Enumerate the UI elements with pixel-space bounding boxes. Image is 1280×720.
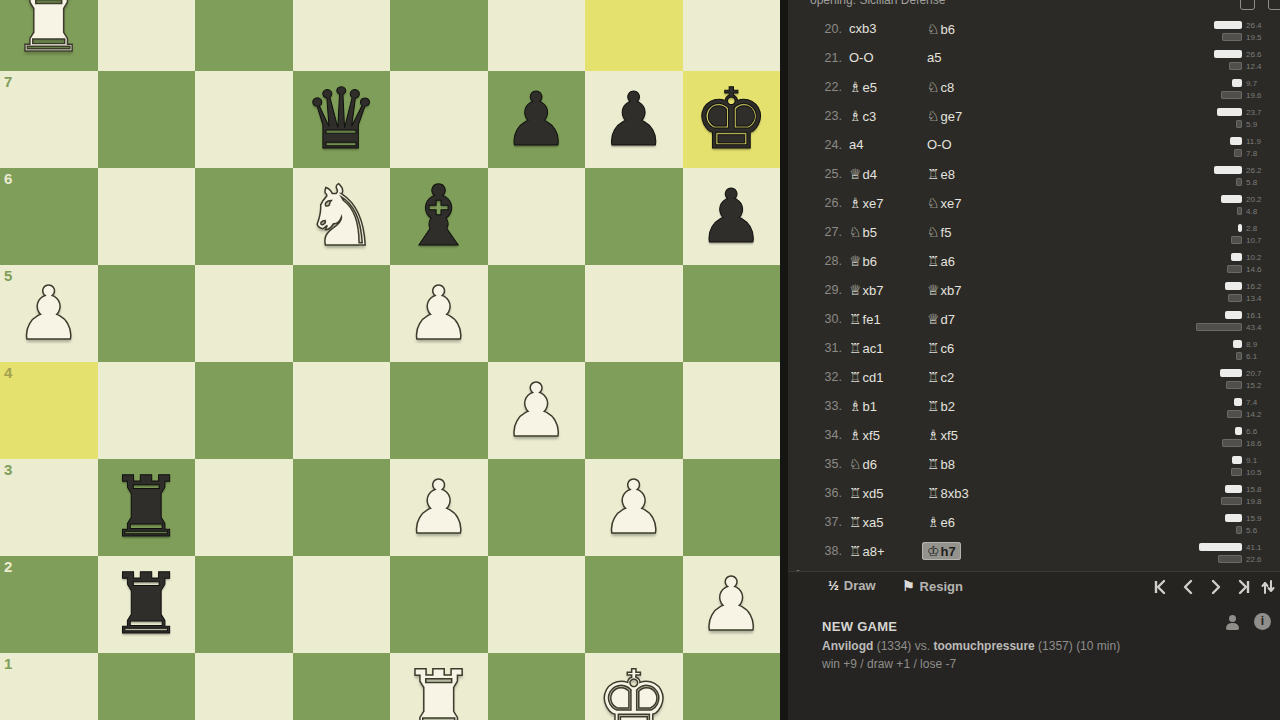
move-row-29: 29.♕xb7♕xb716.213.4 — [788, 277, 1280, 306]
white-time-bar — [1232, 456, 1242, 464]
square-h5[interactable] — [683, 265, 781, 362]
figurine-bishop-icon: ♗ — [849, 108, 862, 124]
black-pawn-f7[interactable]: ♟ — [503, 71, 569, 168]
last-move-button[interactable] — [1232, 575, 1256, 599]
black-move-34[interactable]: ♗xf5 — [922, 426, 963, 444]
black-move-32[interactable]: ♖c2 — [922, 368, 959, 386]
square-g6[interactable] — [585, 168, 683, 265]
white-time-bar — [1214, 166, 1242, 174]
rank-label-4: 4 — [4, 364, 12, 381]
black-move-31[interactable]: ♖c6 — [922, 339, 959, 357]
move-number: 37. — [806, 515, 842, 529]
figurine-queen-icon: ♕ — [849, 282, 862, 298]
square-f6[interactable] — [488, 168, 586, 265]
rank-label-7: 7 — [4, 73, 12, 90]
black-move-25[interactable]: ♖e8 — [922, 165, 960, 183]
white-move-37[interactable]: ♖xa5 — [844, 513, 889, 531]
white-time-value: 6.6 — [1246, 427, 1280, 436]
move-number: 27. — [806, 225, 842, 239]
square-c2[interactable] — [195, 556, 293, 653]
black-bishop-e6[interactable]: ♝ — [401, 168, 476, 265]
square-g5[interactable] — [585, 265, 683, 362]
white-time-value: 41.1 — [1246, 543, 1280, 552]
square-h7[interactable]: ♚ — [683, 71, 781, 168]
black-time-bar — [1226, 381, 1242, 389]
square-h1[interactable] — [683, 653, 781, 720]
square-b2[interactable]: ♜ — [98, 556, 196, 653]
move-number: 21. — [806, 51, 842, 65]
black-time-bar — [1196, 323, 1242, 331]
white-time-bar — [1217, 108, 1242, 116]
square-f1[interactable] — [488, 653, 586, 720]
figurine-bishop-icon: ♗ — [849, 79, 862, 95]
white-time-bar — [1225, 282, 1242, 290]
figurine-queen-icon: ♕ — [849, 166, 862, 182]
square-c4[interactable] — [195, 362, 293, 459]
rank-label-3: 3 — [4, 461, 12, 478]
black-time-value: 19.8 — [1246, 497, 1280, 506]
figurine-rook-icon: ♖ — [927, 485, 940, 501]
figurine-rook-icon: ♖ — [927, 369, 940, 385]
black-move-27[interactable]: ♘f5 — [922, 223, 956, 241]
white-time-value: 20.7 — [1246, 369, 1280, 378]
square-b3[interactable]: ♜ — [98, 459, 196, 556]
black-time-bar — [1227, 265, 1242, 273]
square-c7[interactable] — [195, 71, 293, 168]
black-time-bar — [1236, 526, 1242, 534]
move-row-25: 25.♕d4♖e826.25.8 — [788, 161, 1280, 190]
opening-name: opening: Sicilian Defense — [810, 0, 1230, 7]
white-time-value: 16.2 — [1246, 282, 1280, 291]
resign-flag-icon: ⚑ — [902, 578, 915, 594]
figurine-knight-icon: ♘ — [927, 195, 940, 211]
white-time-bar — [1234, 398, 1242, 406]
black-time-value: 14.6 — [1246, 265, 1280, 274]
move-number: 22. — [806, 80, 842, 94]
white-time-bar — [1231, 253, 1242, 261]
white-move-31[interactable]: ♖ac1 — [844, 339, 889, 357]
move-row-33: 33.♗b1♖b27.414.2 — [788, 393, 1280, 422]
move-number: 35. — [806, 457, 842, 471]
figurine-knight-icon: ♘ — [927, 108, 940, 124]
board-grid: 8♜7♛♟♟♚6♞♝♟5♟♟4♟3♜♟♟2♜♟1♜♚ — [0, 0, 780, 720]
black-king-h7[interactable]: ♚ — [694, 71, 769, 168]
white-rook-e1[interactable]: ♜ — [401, 653, 476, 720]
white-time-value: 10.2 — [1246, 253, 1280, 262]
white-move-20[interactable]: cxb3 — [844, 20, 881, 37]
white-time-bar — [1225, 485, 1242, 493]
square-b1[interactable] — [98, 653, 196, 720]
white-move-32[interactable]: ♖cd1 — [844, 368, 889, 386]
white-time-value: 9.7 — [1246, 79, 1280, 88]
challenge-icon[interactable] — [1224, 615, 1240, 631]
black-time-bar — [1237, 207, 1242, 215]
move-number: 34. — [806, 428, 842, 442]
resign-button[interactable]: ⚑ Resign — [896, 577, 969, 595]
black-time-bar — [1221, 497, 1242, 505]
white-knight-d6[interactable]: ♞ — [304, 168, 379, 265]
move-row-35: 35.♘d6♖b89.110.5 — [788, 451, 1280, 480]
figurine-rook-icon: ♖ — [849, 311, 862, 327]
black-time-bar — [1221, 91, 1242, 99]
white-time-bar — [1232, 79, 1242, 87]
square-d8[interactable] — [293, 0, 391, 71]
square-f3[interactable] — [488, 459, 586, 556]
white-move-28[interactable]: ♕b6 — [844, 252, 882, 270]
flip-board-button[interactable] — [1256, 575, 1280, 599]
square-c3[interactable] — [195, 459, 293, 556]
square-d7[interactable]: ♛ — [293, 71, 391, 168]
white-move-21[interactable]: O-O — [844, 49, 879, 66]
white-rook-a8[interactable]: ♜ — [11, 0, 86, 71]
square-d5[interactable] — [293, 265, 391, 362]
previous-move-button[interactable] — [1176, 575, 1200, 599]
black-time-value: 19.6 — [1246, 91, 1280, 100]
black-time-bar — [1229, 62, 1242, 70]
white-time-bar — [1225, 514, 1242, 522]
white-move-35[interactable]: ♘d6 — [844, 455, 882, 473]
players-line: Anvilogd (1334) vs. toomuchpressure (135… — [822, 639, 1120, 653]
square-d2[interactable] — [293, 556, 391, 653]
black-move-26[interactable]: ♘xe7 — [922, 194, 967, 212]
vs-label: vs. — [915, 639, 930, 653]
black-time-value: 14.2 — [1246, 410, 1280, 419]
move-number: 23. — [806, 109, 842, 123]
black-move-21[interactable]: a5 — [922, 49, 946, 66]
black-time-bar — [1231, 236, 1242, 244]
black-time-value: 4.8 — [1246, 207, 1280, 216]
black-time-value: 13.4 — [1246, 294, 1280, 303]
square-h4[interactable] — [683, 362, 781, 459]
square-g1[interactable]: ♚ — [585, 653, 683, 720]
white-time-value: 15.8 — [1246, 485, 1280, 494]
square-h8[interactable] — [683, 0, 781, 71]
move-row-30: 30.♖fe1♕d716.143.4 — [788, 306, 1280, 335]
black-move-37[interactable]: ♗e6 — [922, 513, 960, 531]
move-row-36: 36.♖xd5♖8xb315.819.8 — [788, 480, 1280, 509]
game-info-section: NEW GAME Anvilogd (1334) vs. toomuchpres… — [788, 601, 1280, 720]
white-pawn-e3[interactable]: ♟ — [406, 459, 472, 556]
figurine-rook-icon: ♖ — [927, 398, 940, 414]
white-move-29[interactable]: ♕xb7 — [844, 281, 889, 299]
white-time-value: 11.9 — [1246, 137, 1280, 146]
move-row-22: 22.♗e5♘c89.719.6 — [788, 74, 1280, 103]
white-move-33[interactable]: ♗b1 — [844, 397, 882, 415]
white-king-g1[interactable]: ♚ — [596, 653, 671, 720]
square-g2[interactable] — [585, 556, 683, 653]
black-time-value: 12.4 — [1246, 62, 1280, 71]
white-move-27[interactable]: ♘b5 — [844, 223, 882, 241]
black-move-35[interactable]: ♖b8 — [922, 455, 960, 473]
black-time-value: 5.8 — [1246, 178, 1280, 187]
move-row-37: 37.♖xa5♗e615.95.6 — [788, 509, 1280, 538]
white-time-bar — [1238, 224, 1242, 232]
white-time-bar — [1221, 195, 1242, 203]
move-row-20: 20.cxb3♘b626.419.5 — [788, 16, 1280, 45]
square-e5[interactable]: ♟ — [390, 265, 488, 362]
move-row-21: 21.O-Oa526.612.4 — [788, 45, 1280, 74]
black-rook-b3[interactable]: ♜ — [109, 459, 184, 556]
figurine-knight-icon: ♘ — [849, 456, 862, 472]
figurine-knight-icon: ♘ — [927, 79, 940, 95]
white-time-value: 16.1 — [1246, 311, 1280, 320]
move-row-26: 26.♗xe7♘xe720.24.8 — [788, 190, 1280, 219]
white-move-24[interactable]: a4 — [844, 136, 868, 153]
panel-top-icon-2[interactable] — [1268, 0, 1280, 10]
square-h2[interactable]: ♟ — [683, 556, 781, 653]
move-row-23: 23.♗c3♘ge723.75.9 — [788, 103, 1280, 132]
square-g7[interactable]: ♟ — [585, 71, 683, 168]
square-c1[interactable] — [195, 653, 293, 720]
square-b6[interactable] — [98, 168, 196, 265]
figurine-rook-icon: ♖ — [849, 543, 862, 559]
square-g8[interactable] — [585, 0, 683, 71]
white-time-bar — [1225, 311, 1242, 319]
white-move-30[interactable]: ♖fe1 — [844, 310, 886, 328]
square-a7[interactable]: 7 — [0, 71, 98, 168]
black-move-23[interactable]: ♘ge7 — [922, 107, 967, 125]
figurine-rook-icon: ♖ — [849, 369, 862, 385]
black-time-value: 43.4 — [1246, 323, 1280, 332]
square-a6[interactable]: 6 — [0, 168, 98, 265]
figurine-queen-icon: ♕ — [849, 253, 862, 269]
rank-label-1: 1 — [4, 655, 12, 672]
black-time-bar — [1234, 149, 1242, 157]
square-d1[interactable] — [293, 653, 391, 720]
white-pawn-f4[interactable]: ♟ — [503, 362, 569, 459]
white-time-value: 26.6 — [1246, 50, 1280, 59]
square-f2[interactable] — [488, 556, 586, 653]
white-move-34[interactable]: ♗xf5 — [844, 426, 885, 444]
move-number: 28. — [806, 254, 842, 268]
white-time-bar — [1214, 21, 1242, 29]
figurine-bishop-icon: ♗ — [849, 195, 862, 211]
black-time-bar — [1222, 33, 1242, 41]
white-player-name: Anvilogd — [822, 639, 873, 653]
black-move-20[interactable]: ♘b6 — [922, 20, 960, 38]
figurine-knight-icon: ♘ — [927, 224, 940, 240]
black-move-22[interactable]: ♘c8 — [922, 78, 959, 96]
square-e8[interactable] — [390, 0, 488, 71]
rank-label-2: 2 — [4, 558, 12, 575]
white-time-value: 20.2 — [1246, 195, 1280, 204]
square-d6[interactable]: ♞ — [293, 168, 391, 265]
black-time-value: 18.6 — [1246, 439, 1280, 448]
square-b5[interactable] — [98, 265, 196, 362]
figurine-rook-icon: ♖ — [927, 166, 940, 182]
square-f7[interactable]: ♟ — [488, 71, 586, 168]
move-list: 20.cxb3♘b626.419.521.O-Oa526.612.422.♗e5… — [788, 16, 1280, 568]
square-e3[interactable]: ♟ — [390, 459, 488, 556]
white-time-value: 2.8 — [1246, 224, 1280, 233]
sidebar-panel: opening: Sicilian Defense 20.cxb3♘b626.4… — [788, 0, 1280, 720]
square-c5[interactable] — [195, 265, 293, 362]
black-move-29[interactable]: ♕xb7 — [922, 281, 967, 299]
black-time-bar — [1218, 555, 1242, 563]
square-a4[interactable]: 4 — [0, 362, 98, 459]
move-row-28: 28.♕b6♖a610.214.6 — [788, 248, 1280, 277]
white-time-value: 26.2 — [1246, 166, 1280, 175]
square-h6[interactable]: ♟ — [683, 168, 781, 265]
move-number: 25. — [806, 167, 842, 181]
black-rook-b2[interactable]: ♜ — [109, 556, 184, 653]
figurine-king-icon: ♔ — [927, 543, 940, 559]
figurine-bishop-icon: ♗ — [927, 427, 940, 443]
square-e7[interactable] — [390, 71, 488, 168]
black-pawn-h6[interactable]: ♟ — [698, 168, 764, 265]
black-time-value: 5.6 — [1246, 526, 1280, 535]
white-player-rating: (1334) — [877, 639, 912, 653]
next-move-button[interactable] — [1204, 575, 1228, 599]
figurine-bishop-icon: ♗ — [927, 514, 940, 530]
game-controls-bar: ½ Draw ⚑ Resign — [788, 571, 1280, 603]
white-pawn-g3[interactable]: ♟ — [601, 459, 667, 556]
white-time-bar — [1230, 137, 1242, 145]
black-time-value: 19.5 — [1246, 33, 1280, 42]
draw-button[interactable]: ½ Draw — [822, 577, 882, 594]
black-player-rating: (1357) — [1038, 639, 1073, 653]
move-row-24: 24.a4O-O11.97.8 — [788, 132, 1280, 161]
black-time-bar — [1227, 410, 1242, 418]
black-move-36[interactable]: ♖8xb3 — [922, 484, 974, 502]
square-f4[interactable]: ♟ — [488, 362, 586, 459]
resign-label: Resign — [920, 579, 963, 594]
black-move-28[interactable]: ♖a6 — [922, 252, 960, 270]
time-control: (10 min) — [1076, 639, 1120, 653]
draw-label: Draw — [844, 578, 876, 593]
white-pawn-h2[interactable]: ♟ — [698, 556, 764, 653]
black-move-38[interactable]: ♔h7 — [922, 542, 961, 560]
white-time-bar — [1214, 50, 1242, 58]
first-move-button[interactable] — [1148, 575, 1172, 599]
move-row-38: 38.♖a8+♔h741.122.6 — [788, 538, 1280, 567]
square-e4[interactable] — [390, 362, 488, 459]
square-h3[interactable] — [683, 459, 781, 556]
white-time-bar — [1199, 543, 1242, 551]
square-e1[interactable]: ♜ — [390, 653, 488, 720]
black-time-value: 5.9 — [1246, 120, 1280, 129]
black-time-value: 6.1 — [1246, 352, 1280, 361]
white-time-value: 9.1 — [1246, 456, 1280, 465]
square-e2[interactable] — [390, 556, 488, 653]
white-pawn-e5[interactable]: ♟ — [406, 265, 472, 362]
black-time-bar — [1236, 120, 1242, 128]
black-time-value: 22.6 — [1246, 555, 1280, 564]
app-screen: 8♜7♛♟♟♚6♞♝♟5♟♟4♟3♜♟♟2♜♟1♜♚ opening: Sici… — [0, 0, 1280, 720]
white-move-36[interactable]: ♖xd5 — [844, 484, 889, 502]
white-time-value: 15.9 — [1246, 514, 1280, 523]
move-number: 32. — [806, 370, 842, 384]
square-d4[interactable] — [293, 362, 391, 459]
white-time-value: 26.4 — [1246, 21, 1280, 30]
white-move-38[interactable]: ♖a8+ — [844, 542, 890, 560]
square-f8[interactable] — [488, 0, 586, 71]
figurine-bishop-icon: ♗ — [849, 398, 862, 414]
figurine-knight-icon: ♘ — [927, 21, 940, 37]
figurine-rook-icon: ♖ — [927, 456, 940, 472]
black-time-bar — [1222, 439, 1242, 447]
figurine-queen-icon: ♕ — [927, 282, 940, 298]
white-time-value: 7.4 — [1246, 398, 1280, 407]
move-number: 26. — [806, 196, 842, 210]
black-time-value: 15.2 — [1246, 381, 1280, 390]
square-b4[interactable] — [98, 362, 196, 459]
square-c6[interactable] — [195, 168, 293, 265]
white-time-bar — [1233, 340, 1242, 348]
square-a1[interactable]: 1 — [0, 653, 98, 720]
square-f5[interactable] — [488, 265, 586, 362]
black-time-value: 7.8 — [1246, 149, 1280, 158]
panel-top-icon-1[interactable] — [1240, 0, 1255, 10]
square-c8[interactable] — [195, 0, 293, 71]
black-player-name: toomuchpressure — [933, 639, 1034, 653]
square-a5[interactable]: 5♟ — [0, 265, 98, 362]
white-move-25[interactable]: ♕d4 — [844, 165, 882, 183]
move-number: 29. — [806, 283, 842, 297]
square-g3[interactable]: ♟ — [585, 459, 683, 556]
square-b7[interactable] — [98, 71, 196, 168]
rank-label-6: 6 — [4, 170, 12, 187]
move-number: 31. — [806, 341, 842, 355]
figurine-knight-icon: ♘ — [849, 224, 862, 240]
move-row-32: 32.♖cd1♖c220.715.2 — [788, 364, 1280, 393]
white-move-22[interactable]: ♗e5 — [844, 78, 882, 96]
figurine-rook-icon: ♖ — [927, 253, 940, 269]
white-move-23[interactable]: ♗c3 — [844, 107, 881, 125]
info-icon[interactable]: i — [1254, 613, 1271, 630]
white-time-value: 23.7 — [1246, 108, 1280, 117]
move-row-31: 31.♖ac1♖c68.96.1 — [788, 335, 1280, 364]
white-time-value: 8.9 — [1246, 340, 1280, 349]
figurine-bishop-icon: ♗ — [849, 427, 862, 443]
black-time-bar — [1231, 468, 1242, 476]
move-number: 30. — [806, 312, 842, 326]
square-g4[interactable] — [585, 362, 683, 459]
new-game-heading: NEW GAME — [822, 619, 897, 634]
square-d3[interactable] — [293, 459, 391, 556]
square-a2[interactable]: 2 — [0, 556, 98, 653]
black-move-24[interactable]: O-O — [922, 136, 957, 153]
move-number: 38. — [806, 544, 842, 558]
white-move-26[interactable]: ♗xe7 — [844, 194, 889, 212]
move-number: 24. — [806, 138, 842, 152]
half-point-icon: ½ — [828, 578, 839, 593]
black-time-bar — [1236, 178, 1242, 186]
square-b8[interactable] — [98, 0, 196, 71]
move-number: 33. — [806, 399, 842, 413]
white-time-bar — [1235, 427, 1242, 435]
move-number: 20. — [806, 22, 842, 36]
figurine-rook-icon: ♖ — [849, 485, 862, 501]
square-e6[interactable]: ♝ — [390, 168, 488, 265]
black-time-bar — [1228, 294, 1242, 302]
black-time-value: 10.7 — [1246, 236, 1280, 245]
black-move-30[interactable]: ♕d7 — [922, 310, 960, 328]
white-pawn-a5[interactable]: ♟ — [16, 265, 82, 362]
black-move-33[interactable]: ♖b2 — [922, 397, 960, 415]
black-queen-d7[interactable]: ♛ — [304, 71, 379, 168]
figurine-queen-icon: ♕ — [927, 311, 940, 327]
rank-label-5: 5 — [4, 267, 12, 284]
black-pawn-g7[interactable]: ♟ — [601, 71, 667, 168]
figurine-rook-icon: ♖ — [927, 340, 940, 356]
square-a8[interactable]: 8♜ — [0, 0, 98, 71]
chess-board: 8♜7♛♟♟♚6♞♝♟5♟♟4♟3♜♟♟2♜♟1♜♚ — [0, 0, 780, 720]
square-a3[interactable]: 3 — [0, 459, 98, 556]
move-row-27: 27.♘b5♘f52.810.7 — [788, 219, 1280, 248]
move-number: 36. — [806, 486, 842, 500]
white-time-bar — [1220, 369, 1242, 377]
